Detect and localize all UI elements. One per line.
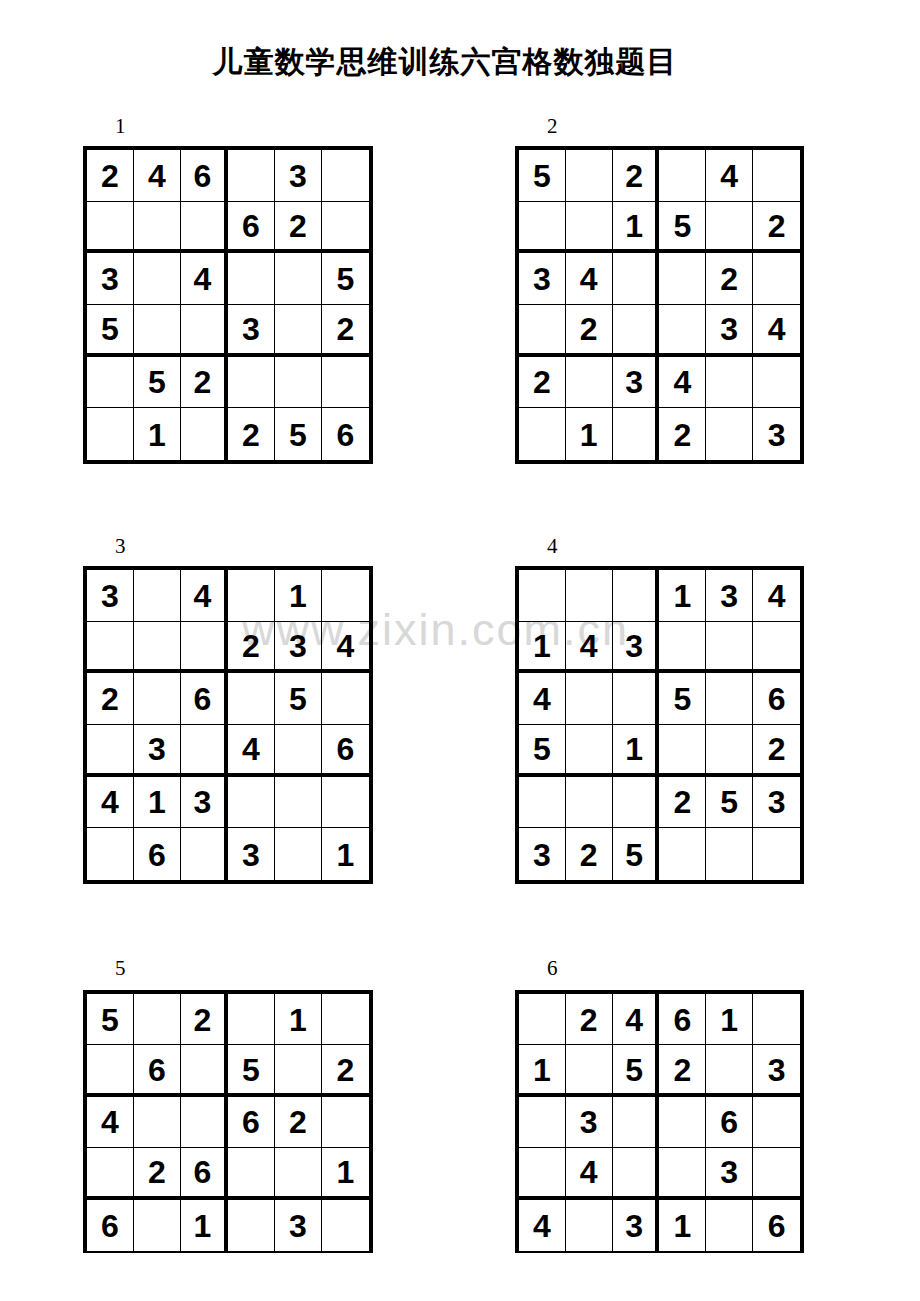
sudoku-cell-r6c3: [613, 408, 660, 460]
sudoku-cell-r2c3: [181, 1045, 228, 1096]
sudoku-cell-r2c1: 1: [519, 622, 566, 674]
sudoku-cell-r1c5: 1: [706, 994, 753, 1045]
sudoku-cell-r2c5: [275, 1045, 322, 1096]
sudoku-cell-r6c5: [706, 828, 753, 880]
sudoku-cell-r4c6: 1: [322, 1148, 369, 1199]
sudoku-cell-r5c3: 3: [613, 357, 660, 409]
sudoku-cell-r3c4: [659, 253, 706, 305]
sudoku-cell-r2c6: [322, 202, 369, 254]
sudoku-cell-r1c5: 1: [275, 570, 322, 622]
sudoku-cell-r2c5: [706, 1045, 753, 1096]
sudoku-cell-r2c3: [181, 202, 228, 254]
puzzle-5-number-label: 5: [115, 958, 126, 979]
sudoku-cell-r2c1: [87, 202, 134, 254]
sudoku-cell-r4c5: [706, 725, 753, 777]
sudoku-cell-r5c6: 3: [753, 777, 800, 829]
sudoku-cell-r5c3: 1: [181, 1200, 228, 1251]
sudoku-cell-r5c2: 1: [134, 777, 181, 829]
sudoku-cell-r1c6: 4: [753, 570, 800, 622]
sudoku-cell-r5c2: [566, 357, 613, 409]
sudoku-cell-r2c4: 2: [228, 622, 275, 674]
puzzle-2-number-label: 2: [547, 116, 558, 137]
sudoku-cell-r3c2: [134, 673, 181, 725]
sudoku-cell-r4c2: 2: [566, 305, 613, 357]
sudoku-cell-r3c6: [753, 1097, 800, 1148]
sudoku-grid-2: 524152342234234123: [515, 146, 804, 464]
sudoku-cell-r4c6: [753, 1148, 800, 1199]
sudoku-cell-r1c4: [228, 994, 275, 1045]
sudoku-cell-r3c2: [566, 673, 613, 725]
sudoku-cell-r4c1: [87, 1148, 134, 1199]
sudoku-cell-r2c2: 6: [134, 1045, 181, 1096]
sudoku-cell-r3c2: [134, 253, 181, 305]
sudoku-cell-r2c3: 5: [613, 1045, 660, 1096]
sudoku-cell-r1c5: 3: [706, 570, 753, 622]
sudoku-cell-r4c4: [659, 305, 706, 357]
sudoku-cell-r5c1: 4: [87, 777, 134, 829]
sudoku-cell-r3c5: 5: [275, 673, 322, 725]
sudoku-cell-r6c4: [659, 828, 706, 880]
sudoku-cell-r2c4: 5: [228, 1045, 275, 1096]
sudoku-cell-r1c1: 5: [519, 150, 566, 202]
sudoku-cell-r4c4: 3: [228, 305, 275, 357]
sudoku-cell-r1c2: 4: [134, 150, 181, 202]
sudoku-cell-r6c2: 2: [566, 828, 613, 880]
sudoku-cell-r5c2: [134, 1200, 181, 1251]
sudoku-cell-r4c6: 4: [753, 305, 800, 357]
sudoku-cell-r6c2: 1: [134, 408, 181, 460]
sudoku-cell-r6c3: [181, 408, 228, 460]
sudoku-grid-5: 521652462261613: [83, 990, 373, 1253]
sudoku-cell-r5c6: [322, 777, 369, 829]
sudoku-cell-r2c2: [566, 202, 613, 254]
sudoku-cell-r2c1: [519, 202, 566, 254]
sudoku-cell-r4c6: 6: [322, 725, 369, 777]
sudoku-cell-r5c2: [566, 1200, 613, 1251]
puzzle-6-number-label: 6: [547, 958, 558, 979]
sudoku-cell-r2c6: 2: [322, 1045, 369, 1096]
sudoku-cell-r1c3: 6: [181, 150, 228, 202]
sudoku-cell-r3c6: 6: [753, 673, 800, 725]
sudoku-cell-r3c3: [613, 673, 660, 725]
sudoku-cell-r5c4: [228, 777, 275, 829]
sudoku-cell-r4c3: 1: [613, 725, 660, 777]
page-title: 儿童数学思维训练六宫格数独题目: [0, 42, 890, 83]
sudoku-grid-4: 134143456512253325: [515, 566, 804, 884]
sudoku-cell-r1c1: 5: [87, 994, 134, 1045]
sudoku-cell-r4c2: 4: [566, 1148, 613, 1199]
sudoku-cell-r5c4: [228, 357, 275, 409]
sudoku-cell-r1c3: 2: [613, 150, 660, 202]
sudoku-cell-r5c1: 6: [87, 1200, 134, 1251]
sudoku-cell-r3c2: 3: [566, 1097, 613, 1148]
sudoku-cell-r6c5: [275, 828, 322, 880]
puzzle-4-number-label: 4: [547, 536, 558, 557]
sudoku-cell-r2c4: 2: [659, 1045, 706, 1096]
sudoku-cell-r6c6: 3: [753, 408, 800, 460]
sudoku-cell-r1c1: [519, 994, 566, 1045]
sudoku-cell-r5c6: 6: [753, 1200, 800, 1251]
sudoku-cell-r5c5: 3: [275, 1200, 322, 1251]
sudoku-cell-r4c5: 3: [706, 1148, 753, 1199]
sudoku-cell-r2c4: [659, 622, 706, 674]
sudoku-cell-r4c4: [659, 725, 706, 777]
sudoku-cell-r6c6: 6: [322, 408, 369, 460]
sudoku-cell-r1c4: [659, 150, 706, 202]
sudoku-cell-r6c5: 5: [275, 408, 322, 460]
sudoku-cell-r3c1: 4: [519, 673, 566, 725]
sudoku-cell-r3c3: [613, 253, 660, 305]
puzzle-1-number-label: 1: [115, 116, 126, 137]
sudoku-cell-r3c5: 2: [275, 1097, 322, 1148]
sudoku-cell-r3c1: 2: [87, 673, 134, 725]
sudoku-cell-r3c4: 6: [228, 1097, 275, 1148]
sudoku-cell-r4c1: [87, 725, 134, 777]
sudoku-cell-r4c4: 4: [228, 725, 275, 777]
sudoku-cell-r5c5: [275, 357, 322, 409]
sudoku-cell-r1c6: [322, 150, 369, 202]
sudoku-grid-6: 2461152336434316: [515, 990, 804, 1253]
sudoku-cell-r6c2: 6: [134, 828, 181, 880]
sudoku-cell-r3c6: 5: [322, 253, 369, 305]
sudoku-cell-r1c3: 4: [613, 994, 660, 1045]
sudoku-cell-r2c1: [87, 1045, 134, 1096]
sudoku-cell-r5c3: 2: [181, 357, 228, 409]
sudoku-cell-r3c1: 4: [87, 1097, 134, 1148]
sudoku-cell-r1c3: [613, 570, 660, 622]
sudoku-cell-r5c6: [322, 1200, 369, 1251]
sudoku-cell-r5c5: [706, 1200, 753, 1251]
sudoku-cell-r1c3: 2: [181, 994, 228, 1045]
sudoku-cell-r6c2: 1: [566, 408, 613, 460]
sudoku-cell-r2c2: [134, 622, 181, 674]
sudoku-cell-r1c4: 6: [659, 994, 706, 1045]
sudoku-cell-r1c1: 3: [87, 570, 134, 622]
sudoku-cell-r3c1: 3: [519, 253, 566, 305]
sudoku-cell-r2c6: 2: [753, 202, 800, 254]
sudoku-cell-r2c1: [87, 622, 134, 674]
sudoku-cell-r2c5: [706, 622, 753, 674]
sudoku-cell-r4c2: 3: [134, 725, 181, 777]
sudoku-cell-r1c4: 1: [659, 570, 706, 622]
sudoku-cell-r4c2: 2: [134, 1148, 181, 1199]
sudoku-cell-r1c4: [228, 150, 275, 202]
sudoku-cell-r6c1: [519, 408, 566, 460]
sudoku-cell-r4c2: [134, 305, 181, 357]
sudoku-cell-r5c4: 2: [659, 777, 706, 829]
sudoku-cell-r5c4: 4: [659, 357, 706, 409]
sudoku-cell-r5c4: [228, 1200, 275, 1251]
sudoku-cell-r2c5: 3: [275, 622, 322, 674]
sudoku-cell-r6c5: [706, 408, 753, 460]
sudoku-cell-r1c6: [753, 150, 800, 202]
sudoku-cell-r5c1: 2: [519, 357, 566, 409]
sudoku-cell-r3c6: [753, 253, 800, 305]
sudoku-cell-r5c2: [566, 777, 613, 829]
sudoku-cell-r5c3: [613, 777, 660, 829]
sudoku-cell-r5c5: 5: [706, 777, 753, 829]
sudoku-cell-r1c1: 2: [87, 150, 134, 202]
sudoku-cell-r2c3: 3: [613, 622, 660, 674]
sudoku-cell-r4c5: 3: [706, 305, 753, 357]
sudoku-cell-r3c1: [519, 1097, 566, 1148]
sudoku-cell-r6c6: 1: [322, 828, 369, 880]
sudoku-cell-r3c3: 4: [181, 253, 228, 305]
sudoku-cell-r3c5: 6: [706, 1097, 753, 1148]
sudoku-cell-r6c6: [753, 828, 800, 880]
sudoku-cell-r3c4: [659, 1097, 706, 1148]
sudoku-cell-r4c3: [181, 725, 228, 777]
sudoku-cell-r5c6: [753, 357, 800, 409]
sudoku-cell-r2c2: [566, 1045, 613, 1096]
sudoku-cell-r2c4: 5: [659, 202, 706, 254]
sudoku-cell-r4c1: [519, 305, 566, 357]
sudoku-cell-r3c3: 6: [181, 673, 228, 725]
sudoku-cell-r2c5: 2: [275, 202, 322, 254]
sudoku-cell-r2c1: 1: [519, 1045, 566, 1096]
sudoku-cell-r1c2: [566, 570, 613, 622]
sudoku-cell-r5c6: [322, 357, 369, 409]
sudoku-cell-r2c6: [753, 622, 800, 674]
sudoku-cell-r3c5: [706, 673, 753, 725]
sudoku-cell-r5c1: [519, 777, 566, 829]
sudoku-cell-r1c4: [228, 570, 275, 622]
sudoku-cell-r6c4: 3: [228, 828, 275, 880]
sudoku-cell-r5c5: [706, 357, 753, 409]
sudoku-cell-r3c3: [181, 1097, 228, 1148]
sudoku-cell-r3c4: [228, 253, 275, 305]
sudoku-cell-r3c6: [322, 673, 369, 725]
sudoku-cell-r5c4: 1: [659, 1200, 706, 1251]
sudoku-cell-r3c5: [275, 253, 322, 305]
sudoku-cell-r4c4: [659, 1148, 706, 1199]
sudoku-cell-r1c5: 4: [706, 150, 753, 202]
sudoku-cell-r3c4: 5: [659, 673, 706, 725]
sudoku-cell-r2c6: 3: [753, 1045, 800, 1096]
sudoku-cell-r6c1: 3: [519, 828, 566, 880]
sudoku-cell-r2c2: 4: [566, 622, 613, 674]
sudoku-cell-r3c4: [228, 673, 275, 725]
sudoku-cell-r3c2: 4: [566, 253, 613, 305]
puzzle-3-number-label: 3: [115, 536, 126, 557]
sudoku-cell-r4c3: [181, 305, 228, 357]
sudoku-cell-r6c3: [181, 828, 228, 880]
sudoku-cell-r4c1: 5: [519, 725, 566, 777]
sudoku-cell-r1c6: [753, 994, 800, 1045]
sudoku-cell-r1c5: 3: [275, 150, 322, 202]
sudoku-cell-r2c5: [706, 202, 753, 254]
sudoku-cell-r3c1: 3: [87, 253, 134, 305]
sudoku-cell-r4c5: [275, 725, 322, 777]
sudoku-grid-1: 246362345532521256: [83, 146, 373, 464]
sudoku-cell-r6c1: [87, 408, 134, 460]
sudoku-cell-r2c6: 4: [322, 622, 369, 674]
sudoku-cell-r5c1: [87, 357, 134, 409]
sudoku-cell-r6c3: 5: [613, 828, 660, 880]
sudoku-cell-r1c3: 4: [181, 570, 228, 622]
sudoku-cell-r4c3: [613, 1148, 660, 1199]
sudoku-cell-r1c1: [519, 570, 566, 622]
sudoku-cell-r2c3: 1: [613, 202, 660, 254]
sudoku-cell-r4c2: [566, 725, 613, 777]
sudoku-cell-r1c2: [566, 150, 613, 202]
sudoku-cell-r3c5: 2: [706, 253, 753, 305]
sudoku-cell-r4c3: [613, 305, 660, 357]
sudoku-cell-r6c1: [87, 828, 134, 880]
sudoku-cell-r1c5: 1: [275, 994, 322, 1045]
sudoku-cell-r4c5: [275, 305, 322, 357]
sudoku-cell-r5c2: 5: [134, 357, 181, 409]
sudoku-cell-r4c6: 2: [753, 725, 800, 777]
sudoku-cell-r1c2: 2: [566, 994, 613, 1045]
sudoku-cell-r3c2: [134, 1097, 181, 1148]
sudoku-cell-r1c6: [322, 994, 369, 1045]
sudoku-grid-3: 341234265346413631: [83, 566, 373, 884]
sudoku-cell-r1c2: [134, 570, 181, 622]
sudoku-cell-r5c3: 3: [181, 777, 228, 829]
sudoku-cell-r5c1: 4: [519, 1200, 566, 1251]
sudoku-cell-r6c4: 2: [228, 408, 275, 460]
sudoku-cell-r2c3: [181, 622, 228, 674]
sudoku-cell-r3c6: [322, 1097, 369, 1148]
sudoku-cell-r4c5: [275, 1148, 322, 1199]
sudoku-cell-r1c6: [322, 570, 369, 622]
sudoku-cell-r1c2: [134, 994, 181, 1045]
sudoku-cell-r4c3: 6: [181, 1148, 228, 1199]
sudoku-cell-r3c3: [613, 1097, 660, 1148]
sudoku-cell-r4c1: [519, 1148, 566, 1199]
sudoku-cell-r2c2: [134, 202, 181, 254]
sudoku-cell-r4c6: 2: [322, 305, 369, 357]
sudoku-cell-r6c4: 2: [659, 408, 706, 460]
sudoku-cell-r4c4: [228, 1148, 275, 1199]
sudoku-cell-r5c3: 3: [613, 1200, 660, 1251]
sudoku-cell-r4c1: 5: [87, 305, 134, 357]
sudoku-cell-r5c5: [275, 777, 322, 829]
sudoku-cell-r2c4: 6: [228, 202, 275, 254]
